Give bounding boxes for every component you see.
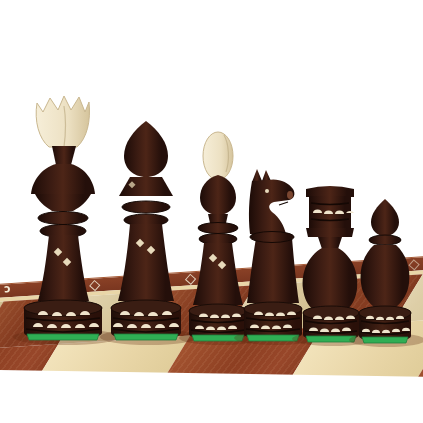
chess-photo-scene: c [0, 0, 423, 423]
svg-text:♚: ♚ [0, 0, 14, 4]
svg-text:♟: ♟ [0, 0, 14, 4]
svg-text:♛: ♛ [0, 0, 14, 4]
piece-king[interactable]: ♚ [0, 0, 119, 345]
piece-queen[interactable]: ♛ [0, 0, 198, 345]
svg-text:♜: ♜ [0, 0, 14, 4]
pieces-layer: ♚ ♛ [0, 0, 423, 423]
svg-text:♞: ♞ [0, 0, 14, 4]
svg-text:♝: ♝ [0, 0, 14, 4]
